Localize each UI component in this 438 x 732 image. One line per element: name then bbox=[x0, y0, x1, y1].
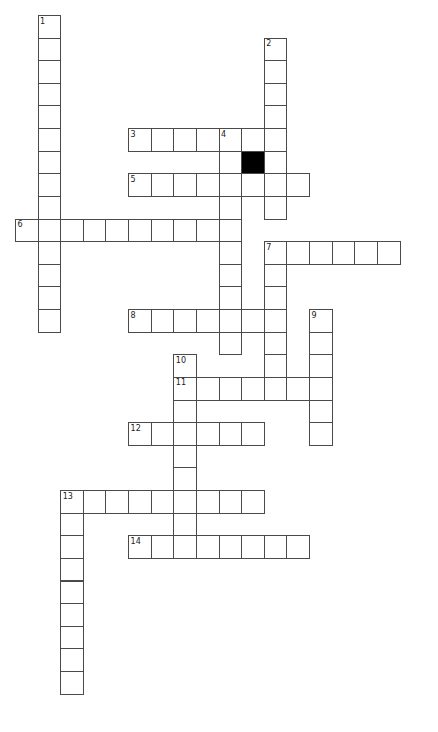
crossword-cell[interactable] bbox=[173, 445, 197, 469]
crossword-cell[interactable] bbox=[151, 173, 175, 197]
crossword-cell[interactable] bbox=[264, 151, 288, 175]
crossword-cell[interactable] bbox=[151, 219, 175, 243]
crossword-cell[interactable] bbox=[173, 422, 197, 446]
crossword-cell[interactable] bbox=[38, 309, 62, 333]
crossword-cell[interactable] bbox=[60, 535, 84, 559]
crossword-cell[interactable] bbox=[151, 309, 175, 333]
crossword-cell[interactable] bbox=[286, 241, 310, 265]
crossword-cell[interactable] bbox=[264, 128, 288, 152]
crossword-cell[interactable] bbox=[219, 151, 243, 175]
crossword-cell[interactable] bbox=[173, 535, 197, 559]
crossword-cell[interactable] bbox=[264, 196, 288, 220]
crossword-cell[interactable] bbox=[264, 309, 288, 333]
crossword-cell[interactable] bbox=[173, 400, 197, 424]
crossword-cell[interactable] bbox=[60, 581, 84, 605]
crossword-cell[interactable] bbox=[173, 513, 197, 537]
crossword-cell[interactable] bbox=[105, 219, 129, 243]
crossword-cell[interactable] bbox=[38, 105, 62, 129]
crossword-cell[interactable] bbox=[219, 128, 243, 152]
crossword-cell[interactable] bbox=[38, 38, 62, 62]
crossword-cell[interactable] bbox=[173, 354, 197, 378]
crossword-cell[interactable] bbox=[264, 264, 288, 288]
crossword-cell[interactable] bbox=[264, 286, 288, 310]
crossword-cell[interactable] bbox=[309, 332, 333, 356]
crossword-cell[interactable] bbox=[38, 60, 62, 84]
crossword-cell[interactable] bbox=[38, 241, 62, 265]
crossword-cell[interactable] bbox=[219, 535, 243, 559]
crossword-cell[interactable] bbox=[60, 603, 84, 627]
crossword-cell[interactable] bbox=[241, 377, 265, 401]
crossword-cell[interactable] bbox=[196, 535, 220, 559]
crossword-cell[interactable] bbox=[83, 490, 107, 514]
crossword-cell[interactable] bbox=[151, 128, 175, 152]
crossword-cell[interactable] bbox=[15, 219, 39, 243]
crossword-cell[interactable] bbox=[219, 219, 243, 243]
crossword-cell[interactable] bbox=[264, 354, 288, 378]
crossword-cell[interactable] bbox=[60, 490, 84, 514]
crossword-cell[interactable] bbox=[219, 422, 243, 446]
crossword-cell[interactable] bbox=[219, 286, 243, 310]
crossword-cell[interactable] bbox=[286, 535, 310, 559]
crossword-cell[interactable] bbox=[151, 422, 175, 446]
crossword-cell[interactable] bbox=[264, 535, 288, 559]
crossword-cell[interactable] bbox=[38, 196, 62, 220]
crossword-cell[interactable] bbox=[60, 219, 84, 243]
crossword-cell[interactable] bbox=[128, 490, 152, 514]
crossword-cell[interactable] bbox=[173, 173, 197, 197]
crossword-cell[interactable] bbox=[128, 309, 152, 333]
crossword-cell[interactable] bbox=[264, 105, 288, 129]
crossword-cell[interactable] bbox=[354, 241, 378, 265]
crossword-cell[interactable] bbox=[309, 377, 333, 401]
crossword-cell[interactable] bbox=[60, 671, 84, 695]
crossword-cell[interactable] bbox=[241, 173, 265, 197]
crossword-cell[interactable] bbox=[196, 173, 220, 197]
crossword-cell[interactable] bbox=[173, 128, 197, 152]
crossword-cell[interactable] bbox=[38, 128, 62, 152]
crossword-page: 1234567891011121314 bbox=[0, 0, 438, 732]
crossword-cell[interactable] bbox=[241, 309, 265, 333]
crossword-cell[interactable] bbox=[128, 535, 152, 559]
crossword-cell[interactable] bbox=[241, 535, 265, 559]
crossword-cell[interactable] bbox=[241, 128, 265, 152]
crossword-cell[interactable] bbox=[196, 219, 220, 243]
crossword-cell[interactable] bbox=[332, 241, 356, 265]
crossword-cell[interactable] bbox=[219, 377, 243, 401]
crossword-cell[interactable] bbox=[264, 38, 288, 62]
crossword-cell[interactable] bbox=[38, 286, 62, 310]
crossword-cell[interactable] bbox=[60, 513, 84, 537]
crossword-cell[interactable] bbox=[219, 264, 243, 288]
crossword-cell[interactable] bbox=[38, 219, 62, 243]
crossword-cell[interactable] bbox=[128, 422, 152, 446]
crossword-cell[interactable] bbox=[219, 309, 243, 333]
crossword-cell[interactable] bbox=[309, 241, 333, 265]
crossword-cell[interactable] bbox=[264, 377, 288, 401]
crossword-cell[interactable] bbox=[38, 83, 62, 107]
crossword-cell[interactable] bbox=[241, 422, 265, 446]
crossword-cell[interactable] bbox=[83, 219, 107, 243]
crossword-cell[interactable] bbox=[286, 173, 310, 197]
crossword-cell[interactable] bbox=[309, 422, 333, 446]
crossword-cell[interactable] bbox=[264, 332, 288, 356]
crossword-cell[interactable] bbox=[241, 490, 265, 514]
crossword-cell[interactable] bbox=[219, 173, 243, 197]
crossword-cell[interactable] bbox=[60, 558, 84, 582]
crossword-cell[interactable] bbox=[264, 241, 288, 265]
crossword-cell[interactable] bbox=[38, 264, 62, 288]
crossword-cell[interactable] bbox=[173, 467, 197, 491]
crossword-cell[interactable] bbox=[38, 151, 62, 175]
crossword-cell[interactable] bbox=[196, 422, 220, 446]
crossword-cell[interactable] bbox=[264, 60, 288, 84]
crossword-cell[interactable] bbox=[173, 377, 197, 401]
crossword-cell[interactable] bbox=[264, 83, 288, 107]
crossword-cell[interactable] bbox=[219, 490, 243, 514]
crossword-cell[interactable] bbox=[264, 173, 288, 197]
crossword-cell[interactable] bbox=[38, 15, 62, 39]
crossword-cell[interactable] bbox=[151, 490, 175, 514]
crossword-cell[interactable] bbox=[309, 400, 333, 424]
crossword-cell[interactable] bbox=[128, 173, 152, 197]
crossword-cell[interactable] bbox=[60, 626, 84, 650]
crossword-cell[interactable] bbox=[377, 241, 401, 265]
blocked-cell bbox=[241, 151, 265, 175]
crossword-cell[interactable] bbox=[219, 196, 243, 220]
crossword-cell[interactable] bbox=[309, 309, 333, 333]
crossword-cell[interactable] bbox=[38, 173, 62, 197]
crossword-cell[interactable] bbox=[286, 377, 310, 401]
crossword-cell[interactable] bbox=[105, 490, 129, 514]
crossword-cell[interactable] bbox=[128, 219, 152, 243]
crossword-cell[interactable] bbox=[196, 490, 220, 514]
crossword-cell[interactable] bbox=[196, 309, 220, 333]
crossword-cell[interactable] bbox=[309, 354, 333, 378]
crossword-cell[interactable] bbox=[128, 128, 152, 152]
crossword-cell[interactable] bbox=[173, 490, 197, 514]
crossword-cell[interactable] bbox=[173, 309, 197, 333]
crossword-cell[interactable] bbox=[196, 377, 220, 401]
crossword-cell[interactable] bbox=[196, 128, 220, 152]
crossword-board: 1234567891011121314 bbox=[0, 0, 438, 732]
crossword-cell[interactable] bbox=[219, 241, 243, 265]
crossword-cell[interactable] bbox=[151, 535, 175, 559]
crossword-cell[interactable] bbox=[219, 332, 243, 356]
crossword-cell[interactable] bbox=[173, 219, 197, 243]
crossword-cell[interactable] bbox=[60, 648, 84, 672]
